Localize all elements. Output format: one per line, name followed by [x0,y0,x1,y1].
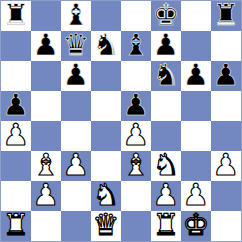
white-pawn-piece[interactable]: ♟ [183,180,210,210]
black-king-piece[interactable]: ♚ [153,0,180,30]
square-c5[interactable] [61,91,91,121]
white-knight-piece[interactable]: ♞ [153,150,180,180]
square-d4[interactable] [91,121,121,151]
black-pawn-piece[interactable]: ♟ [153,30,180,60]
square-f6[interactable]: ♞ [151,61,181,91]
white-pawn-piece[interactable]: ♟ [123,120,150,150]
square-b6[interactable] [31,61,61,91]
square-e3[interactable]: ♝ [121,151,151,181]
square-e1[interactable] [121,211,151,241]
black-queen-piece[interactable]: ♛ [63,30,90,60]
square-h3[interactable]: ♟ [211,151,241,181]
square-h6[interactable]: ♟ [211,61,241,91]
square-h8[interactable]: ♜ [211,1,241,31]
square-b7[interactable]: ♟ [31,31,61,61]
square-g5[interactable] [181,91,211,121]
chess-board-container: ♜♝♚♜♟♛♞♝♟♟♞♟♟♟♟♟♟♝♟♝♞♟♟♞♟♟♜♛♜♚ [0,0,242,242]
white-pawn-piece[interactable]: ♟ [213,150,240,180]
black-rook-piece[interactable]: ♜ [213,0,240,30]
square-d5[interactable] [91,91,121,121]
square-b1[interactable] [31,211,61,241]
white-bishop-piece[interactable]: ♝ [123,150,150,180]
chess-board: ♜♝♚♜♟♛♞♝♟♟♞♟♟♟♟♟♟♝♟♝♞♟♟♞♟♟♜♛♜♚ [0,0,242,242]
black-pawn-piece[interactable]: ♟ [183,60,210,90]
white-king-piece[interactable]: ♚ [183,210,210,240]
square-a4[interactable]: ♟ [1,121,31,151]
black-pawn-piece[interactable]: ♟ [213,60,240,90]
square-c1[interactable] [61,211,91,241]
square-b5[interactable] [31,91,61,121]
white-pawn-piece[interactable]: ♟ [63,150,90,180]
black-rook-piece[interactable]: ♜ [3,0,30,30]
square-h5[interactable] [211,91,241,121]
square-b2[interactable]: ♟ [31,181,61,211]
white-rook-piece[interactable]: ♜ [3,210,30,240]
black-knight-piece[interactable]: ♞ [93,30,120,60]
black-bishop-piece[interactable]: ♝ [123,30,150,60]
black-pawn-piece[interactable]: ♟ [123,90,150,120]
black-pawn-piece[interactable]: ♟ [63,60,90,90]
square-d6[interactable] [91,61,121,91]
square-c2[interactable] [61,181,91,211]
square-g4[interactable] [181,121,211,151]
black-knight-piece[interactable]: ♞ [153,60,180,90]
square-e2[interactable] [121,181,151,211]
square-d7[interactable]: ♞ [91,31,121,61]
square-a8[interactable]: ♜ [1,1,31,31]
square-d1[interactable]: ♛ [91,211,121,241]
square-f5[interactable] [151,91,181,121]
white-bishop-piece[interactable]: ♝ [33,150,60,180]
square-f1[interactable]: ♜ [151,211,181,241]
square-g8[interactable] [181,1,211,31]
square-g1[interactable]: ♚ [181,211,211,241]
white-knight-piece[interactable]: ♞ [93,180,120,210]
white-pawn-piece[interactable]: ♟ [153,180,180,210]
square-a7[interactable] [1,31,31,61]
white-rook-piece[interactable]: ♜ [153,210,180,240]
square-c3[interactable]: ♟ [61,151,91,181]
black-pawn-piece[interactable]: ♟ [33,30,60,60]
square-h2[interactable] [211,181,241,211]
square-a1[interactable]: ♜ [1,211,31,241]
square-c6[interactable]: ♟ [61,61,91,91]
square-g6[interactable]: ♟ [181,61,211,91]
square-a3[interactable] [1,151,31,181]
white-pawn-piece[interactable]: ♟ [33,180,60,210]
white-pawn-piece[interactable]: ♟ [3,120,30,150]
black-pawn-piece[interactable]: ♟ [3,90,30,120]
white-queen-piece[interactable]: ♛ [93,210,120,240]
square-e7[interactable]: ♝ [121,31,151,61]
square-h1[interactable] [211,211,241,241]
black-bishop-piece[interactable]: ♝ [63,0,90,30]
